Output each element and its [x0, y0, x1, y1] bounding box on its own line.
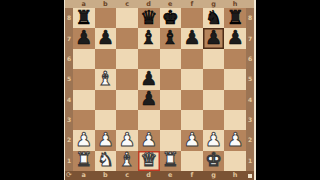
square-f6[interactable]	[181, 49, 203, 69]
white-pawn-f2[interactable]: ♟	[183, 130, 200, 149]
rank-label-6: 6	[65, 49, 73, 69]
rank-labels-left: 87654321	[65, 8, 73, 171]
square-h2[interactable]: ♟	[224, 130, 246, 150]
white-queen-d1[interactable]: ♛	[140, 150, 157, 169]
square-f2[interactable]: ♟	[181, 130, 203, 150]
rank-label-1: 1	[246, 151, 254, 171]
square-e7[interactable]: ♝	[160, 28, 182, 48]
square-c4[interactable]	[116, 90, 138, 110]
rank-label-7: 7	[246, 28, 254, 48]
square-g6[interactable]	[203, 49, 225, 69]
chess-board[interactable]: ♜♛♚♞♜♟♟♝♝♟♟♟♝♟♟♟♟♟♟♟♟♟♜♞♝♛♜♚	[73, 8, 246, 171]
file-label-f: f	[181, 1, 203, 8]
rank-label-5: 5	[65, 69, 73, 89]
file-labels-top: abcdefgh	[65, 0, 254, 8]
rank-labels-right: 87654321	[246, 8, 254, 171]
rank-label-2: 2	[65, 130, 73, 150]
white-pawn-g2[interactable]: ♟	[205, 130, 222, 149]
square-c6[interactable]	[116, 49, 138, 69]
square-d4[interactable]: ♟	[138, 90, 160, 110]
file-label-a: a	[73, 172, 95, 179]
square-d1[interactable]: ♛	[138, 151, 160, 171]
resize-icon	[248, 174, 252, 178]
square-f1[interactable]	[181, 151, 203, 171]
square-f7[interactable]: ♟	[181, 28, 203, 48]
rank-label-4: 4	[246, 90, 254, 110]
black-pawn-a7[interactable]: ♟	[75, 28, 92, 47]
black-bishop-d7[interactable]: ♝	[140, 28, 157, 47]
square-h4[interactable]	[224, 90, 246, 110]
square-b5[interactable]: ♝	[95, 69, 117, 89]
rank-label-6: 6	[246, 49, 254, 69]
black-pawn-h7[interactable]: ♟	[227, 28, 244, 47]
white-bishop-b5[interactable]: ♝	[97, 69, 114, 88]
resize-handle[interactable]	[246, 174, 254, 178]
rank-label-8: 8	[65, 8, 73, 28]
square-f4[interactable]	[181, 90, 203, 110]
square-a1[interactable]: ♜	[73, 151, 95, 171]
square-h5[interactable]	[224, 69, 246, 89]
black-king-e8[interactable]: ♚	[162, 8, 179, 27]
square-b7[interactable]: ♟	[95, 28, 117, 48]
black-pawn-d5[interactable]: ♟	[140, 69, 157, 88]
black-knight-g8[interactable]: ♞	[205, 8, 222, 27]
black-pawn-f7[interactable]: ♟	[183, 28, 200, 47]
black-pawn-d4[interactable]: ♟	[140, 89, 157, 108]
white-pawn-c2[interactable]: ♟	[119, 130, 136, 149]
white-rook-e1[interactable]: ♜	[162, 150, 179, 169]
square-e5[interactable]	[160, 69, 182, 89]
file-label-b: b	[95, 1, 117, 8]
square-h6[interactable]	[224, 49, 246, 69]
rank-label-2: 2	[246, 130, 254, 150]
video-frame: abcdefgh 87654321 ♜♛♚♞♜♟♟♝♝♟♟♟♝♟♟♟♟♟♟♟♟♟…	[0, 0, 320, 180]
rank-label-5: 5	[246, 69, 254, 89]
square-d7[interactable]: ♝	[138, 28, 160, 48]
flip-board-button[interactable]: ⟳	[65, 172, 73, 179]
white-pawn-d2[interactable]: ♟	[140, 130, 157, 149]
rank-label-4: 4	[65, 90, 73, 110]
square-g4[interactable]	[203, 90, 225, 110]
square-g7[interactable]: ♟	[203, 28, 225, 48]
square-a4[interactable]	[73, 90, 95, 110]
black-pawn-g7[interactable]: ♟	[205, 28, 222, 47]
white-pawn-h2[interactable]: ♟	[227, 130, 244, 149]
flip-board-icon: ⟳	[66, 172, 72, 179]
white-pawn-b2[interactable]: ♟	[97, 130, 114, 149]
square-c5[interactable]	[116, 69, 138, 89]
square-b1[interactable]: ♞	[95, 151, 117, 171]
square-b4[interactable]	[95, 90, 117, 110]
square-e4[interactable]	[160, 90, 182, 110]
square-a7[interactable]: ♟	[73, 28, 95, 48]
file-labels-bottom: ⟳ abcdefgh	[65, 171, 254, 180]
square-c7[interactable]	[116, 28, 138, 48]
file-label-e: e	[160, 172, 182, 179]
white-rook-a1[interactable]: ♜	[75, 150, 92, 169]
black-rook-h8[interactable]: ♜	[227, 8, 244, 27]
file-label-b: b	[95, 172, 117, 179]
black-bishop-e7[interactable]: ♝	[162, 28, 179, 47]
white-knight-b1[interactable]: ♞	[97, 150, 114, 169]
square-g5[interactable]	[203, 69, 225, 89]
square-a5[interactable]	[73, 69, 95, 89]
file-label-g: g	[203, 172, 225, 179]
rank-label-8: 8	[246, 8, 254, 28]
file-label-f: f	[181, 172, 203, 179]
rank-label-1: 1	[65, 151, 73, 171]
chess-board-panel: abcdefgh 87654321 ♜♛♚♞♜♟♟♝♝♟♟♟♝♟♟♟♟♟♟♟♟♟…	[64, 0, 256, 180]
board-middle: 87654321 ♜♛♚♞♜♟♟♝♝♟♟♟♝♟♟♟♟♟♟♟♟♟♜♞♝♛♜♚ 87…	[65, 8, 254, 171]
square-e1[interactable]: ♜	[160, 151, 182, 171]
square-h1[interactable]	[224, 151, 246, 171]
file-label-d: d	[138, 172, 160, 179]
rank-label-7: 7	[65, 28, 73, 48]
white-pawn-a2[interactable]: ♟	[75, 130, 92, 149]
black-queen-d8[interactable]: ♛	[140, 8, 157, 27]
square-e6[interactable]	[160, 49, 182, 69]
square-f5[interactable]	[181, 69, 203, 89]
square-c8[interactable]	[116, 8, 138, 28]
white-king-g1[interactable]: ♚	[205, 150, 222, 169]
square-h7[interactable]: ♟	[224, 28, 246, 48]
black-pawn-b7[interactable]: ♟	[97, 28, 114, 47]
square-c1[interactable]: ♝	[116, 151, 138, 171]
file-label-h: h	[224, 172, 246, 179]
white-bishop-c1[interactable]: ♝	[119, 150, 136, 169]
file-label-c: c	[116, 1, 138, 8]
file-label-c: c	[116, 172, 138, 179]
black-rook-a8[interactable]: ♜	[75, 8, 92, 27]
square-e3[interactable]	[160, 110, 182, 130]
rank-label-3: 3	[246, 110, 254, 130]
square-a6[interactable]	[73, 49, 95, 69]
rank-label-3: 3	[65, 110, 73, 130]
square-g1[interactable]: ♚	[203, 151, 225, 171]
